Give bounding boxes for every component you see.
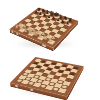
black-pawn-g7: ♟	[61, 19, 65, 23]
black-pawn-h7: ♟	[66, 21, 70, 25]
black-pawn-d7: ♟	[47, 15, 51, 19]
black-pawn-c7: ♟	[43, 13, 47, 17]
checkers-view-photo	[3, 50, 95, 98]
chess-view-photo: ♜♞♝♛♚♝♞♜♟♟♟♟♟♟♟♟♟♟♟♟♟♟♟♟♜♞♝♛♚♝♞♜	[1, 0, 89, 51]
square-h1	[58, 88, 67, 93]
black-pawn-f7: ♟	[56, 18, 60, 22]
black-pawn-b7: ♟	[38, 12, 42, 16]
checker-light-a1	[16, 79, 22, 82]
clasp-icon	[42, 44, 46, 48]
hinge-icon	[31, 88, 34, 91]
black-pawn-e7: ♟	[52, 16, 56, 20]
black-pawn-a7: ♟	[34, 10, 38, 14]
hinge-icon	[15, 85, 18, 88]
white-rook-h1: ♜	[48, 37, 53, 43]
